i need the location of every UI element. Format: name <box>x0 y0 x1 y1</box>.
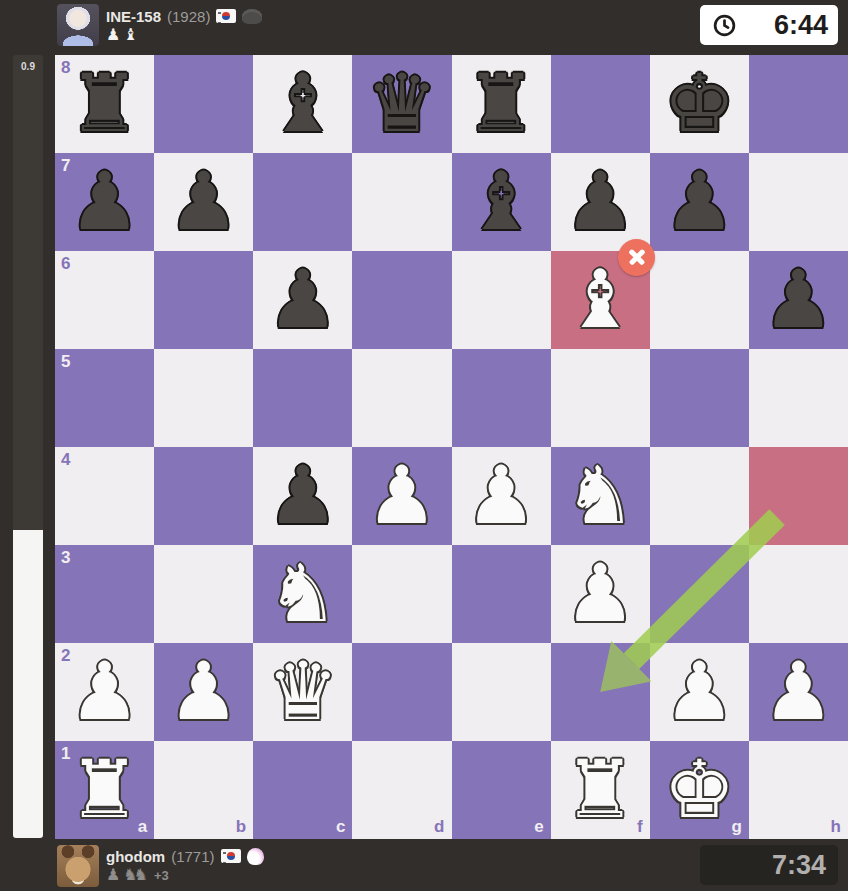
square-g2[interactable]: ♟ <box>650 643 749 741</box>
piece-bR-a8[interactable]: ♜ <box>55 55 154 153</box>
square-h8[interactable] <box>749 55 848 153</box>
file-label-h: h <box>831 818 841 835</box>
piece-bR-e8[interactable]: ♜ <box>452 55 551 153</box>
rank-label-3: 3 <box>61 549 70 566</box>
piece-bP-f7[interactable]: ♟ <box>551 153 650 251</box>
player-info: ghodom (1771) ♟♞♞+3 <box>106 847 264 884</box>
square-f3[interactable]: ♟ <box>551 545 650 643</box>
captured-b-icon: ♝ <box>123 27 137 43</box>
piece-wN-f4[interactable]: ♞ <box>551 447 650 545</box>
opponent-rating: (1928) <box>167 8 210 25</box>
opponent-name[interactable]: INE-158 <box>106 8 161 25</box>
piece-wR-f1[interactable]: ♜ <box>551 741 650 839</box>
square-f1[interactable]: f♜ <box>551 741 650 839</box>
square-b4[interactable] <box>154 447 253 545</box>
player-rating: (1771) <box>171 848 214 865</box>
player-name[interactable]: ghodom <box>106 848 165 865</box>
square-a6[interactable]: 6 <box>55 251 154 349</box>
piece-wP-e4[interactable]: ♟ <box>452 447 551 545</box>
piece-bP-b7[interactable]: ♟ <box>154 153 253 251</box>
player-avatar[interactable] <box>57 845 99 887</box>
square-g6[interactable] <box>650 251 749 349</box>
square-a5[interactable]: 5 <box>55 349 154 447</box>
square-c7[interactable] <box>253 153 352 251</box>
piece-bB-c8[interactable]: ♝ <box>253 55 352 153</box>
piece-bQ-d8[interactable]: ♛ <box>352 55 451 153</box>
square-g7[interactable]: ♟ <box>650 153 749 251</box>
square-a3[interactable]: 3 <box>55 545 154 643</box>
captured-pieces-top: ♟♝ <box>106 26 262 44</box>
square-b3[interactable] <box>154 545 253 643</box>
player-clock: 7:34 <box>700 845 838 885</box>
square-d6[interactable] <box>352 251 451 349</box>
south-korea-flag-icon <box>221 849 241 863</box>
square-h6[interactable]: ♟ <box>749 251 848 349</box>
piece-wK-g1[interactable]: ♚ <box>650 741 749 839</box>
opponent-clock: 6:44 <box>700 5 838 45</box>
square-d1[interactable]: d <box>352 741 451 839</box>
chess-board: 8♜♝♛♜♚7♟♟♝♟♟6♟♝♟54♟♟♟♞3♞♟2♟♟♛♟♟1a♜bcdef♜… <box>55 55 848 839</box>
square-e8[interactable]: ♜ <box>452 55 551 153</box>
material-advantage: +3 <box>154 868 169 883</box>
square-e3[interactable] <box>452 545 551 643</box>
square-d4[interactable]: ♟ <box>352 447 451 545</box>
opponent-info: INE-158 (1928) ♟♝ <box>106 7 262 44</box>
evaluation-bar: 0.9 <box>13 55 43 838</box>
piece-bP-h6[interactable]: ♟ <box>749 251 848 349</box>
file-label-d: d <box>434 818 444 835</box>
square-f5[interactable] <box>551 349 650 447</box>
piece-wP-a2[interactable]: ♟ <box>55 643 154 741</box>
square-b5[interactable] <box>154 349 253 447</box>
rank-label-6: 6 <box>61 255 70 272</box>
opponent-avatar[interactable] <box>57 4 99 46</box>
captured-p-icon: ♟ <box>106 27 120 43</box>
opponent-clock-time: 6:44 <box>774 10 828 41</box>
square-c1[interactable]: c <box>253 741 352 839</box>
board-grid: 8♜♝♛♜♚7♟♟♝♟♟6♟♝♟54♟♟♟♞3♞♟2♟♟♛♟♟1a♜bcdef♜… <box>55 55 848 839</box>
player-clock-time: 7:34 <box>772 850 826 881</box>
piece-wN-c3[interactable]: ♞ <box>253 545 352 643</box>
square-c3[interactable]: ♞ <box>253 545 352 643</box>
square-c4[interactable]: ♟ <box>253 447 352 545</box>
square-h5[interactable] <box>749 349 848 447</box>
square-a4[interactable]: 4 <box>55 447 154 545</box>
square-h4[interactable] <box>749 447 848 545</box>
square-g5[interactable] <box>650 349 749 447</box>
piece-wR-a1[interactable]: ♜ <box>55 741 154 839</box>
square-b6[interactable] <box>154 251 253 349</box>
square-e6[interactable] <box>452 251 551 349</box>
square-f4[interactable]: ♞ <box>551 447 650 545</box>
file-label-e: e <box>534 818 543 835</box>
rank-label-5: 5 <box>61 353 70 370</box>
square-h7[interactable] <box>749 153 848 251</box>
game-review-screen: INE-158 (1928) ♟♝ 6:44 0.9 8♜♝♛♜♚7♟♟♝♟♟6… <box>0 0 848 891</box>
square-g4[interactable] <box>650 447 749 545</box>
square-d2[interactable] <box>352 643 451 741</box>
square-a8[interactable]: 8♜ <box>55 55 154 153</box>
square-e1[interactable]: e <box>452 741 551 839</box>
square-c5[interactable] <box>253 349 352 447</box>
square-e2[interactable] <box>452 643 551 741</box>
square-e5[interactable] <box>452 349 551 447</box>
square-b2[interactable]: ♟ <box>154 643 253 741</box>
miss-x-badge <box>618 239 655 276</box>
square-d7[interactable] <box>352 153 451 251</box>
captured-n-icon: ♞ <box>134 867 148 883</box>
piece-bP-c6[interactable]: ♟ <box>253 251 352 349</box>
piece-wP-f3[interactable]: ♟ <box>551 545 650 643</box>
rank-label-4: 4 <box>61 451 70 468</box>
hedgehog-icon <box>242 9 262 24</box>
captured-pieces-bottom: ♟♞♞+3 <box>106 866 264 884</box>
piece-bB-e7[interactable]: ♝ <box>452 153 551 251</box>
square-f8[interactable] <box>551 55 650 153</box>
south-korea-flag-icon <box>216 9 236 23</box>
piece-bP-g7[interactable]: ♟ <box>650 153 749 251</box>
square-h1[interactable]: h <box>749 741 848 839</box>
piece-wP-h2[interactable]: ♟ <box>749 643 848 741</box>
square-f7[interactable]: ♟ <box>551 153 650 251</box>
square-d8[interactable]: ♛ <box>352 55 451 153</box>
square-b7[interactable]: ♟ <box>154 153 253 251</box>
file-label-c: c <box>336 818 345 835</box>
square-f2[interactable] <box>551 643 650 741</box>
square-a2[interactable]: 2♟ <box>55 643 154 741</box>
piece-bP-c4[interactable]: ♟ <box>253 447 352 545</box>
captured-p-icon: ♟ <box>106 867 120 883</box>
square-d5[interactable] <box>352 349 451 447</box>
file-label-b: b <box>236 818 246 835</box>
square-c8[interactable]: ♝ <box>253 55 352 153</box>
square-g1[interactable]: g♚ <box>650 741 749 839</box>
piece-wP-d4[interactable]: ♟ <box>352 447 451 545</box>
square-e7[interactable]: ♝ <box>452 153 551 251</box>
piece-wP-b2[interactable]: ♟ <box>154 643 253 741</box>
square-e4[interactable]: ♟ <box>452 447 551 545</box>
unicorn-icon <box>247 848 264 865</box>
square-b1[interactable]: b <box>154 741 253 839</box>
eval-score: 0.9 <box>13 61 43 72</box>
square-d3[interactable] <box>352 545 451 643</box>
square-a1[interactable]: 1a♜ <box>55 741 154 839</box>
square-c2[interactable]: ♛ <box>253 643 352 741</box>
square-h2[interactable]: ♟ <box>749 643 848 741</box>
piece-wP-g2[interactable]: ♟ <box>650 643 749 741</box>
square-a7[interactable]: 7♟ <box>55 153 154 251</box>
square-b8[interactable] <box>154 55 253 153</box>
clock-icon <box>712 13 737 38</box>
piece-wQ-c2[interactable]: ♛ <box>253 643 352 741</box>
piece-bP-a7[interactable]: ♟ <box>55 153 154 251</box>
square-g8[interactable]: ♚ <box>650 55 749 153</box>
square-c6[interactable]: ♟ <box>253 251 352 349</box>
square-h3[interactable] <box>749 545 848 643</box>
piece-bK-g8[interactable]: ♚ <box>650 55 749 153</box>
eval-white-portion <box>13 530 43 838</box>
square-g3[interactable] <box>650 545 749 643</box>
